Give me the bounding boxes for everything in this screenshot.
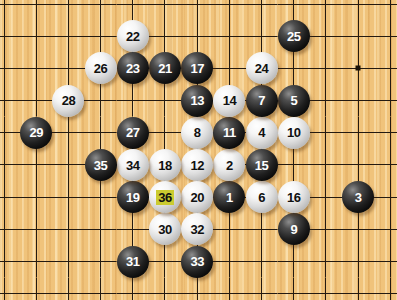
move-number-label: 22: [126, 29, 139, 44]
board-intersection[interactable]: [117, 84, 149, 116]
board-intersection[interactable]: [310, 245, 342, 277]
board-intersection[interactable]: [52, 181, 84, 213]
board-intersection[interactable]: [374, 20, 397, 52]
move-number-label: 25: [287, 29, 300, 44]
move-number-label: 18: [158, 158, 171, 173]
board-intersection[interactable]: [213, 278, 245, 300]
move-number-label: 14: [223, 93, 236, 108]
stone-36-white[interactable]: 36: [149, 181, 181, 213]
move-number-label: 4: [258, 125, 265, 140]
move-number-label: 8: [194, 125, 201, 140]
stone-27-black[interactable]: 27: [117, 117, 149, 149]
board-intersection[interactable]: [0, 84, 20, 116]
move-number-label: 33: [190, 254, 203, 269]
stone-33-black[interactable]: 33: [181, 246, 213, 278]
move-number-label: 15: [255, 158, 268, 173]
move-number-label: 7: [258, 93, 265, 108]
board-intersection[interactable]: [181, 0, 213, 20]
move-number-label: 1: [226, 190, 233, 205]
board-intersection[interactable]: [342, 149, 374, 181]
board-intersection[interactable]: [20, 278, 52, 300]
board-intersection[interactable]: [52, 245, 84, 277]
board-intersection[interactable]: [310, 213, 342, 245]
move-number-label: 32: [190, 222, 203, 237]
board-intersection[interactable]: [20, 245, 52, 277]
board-intersection[interactable]: [278, 278, 310, 300]
stone-2-white[interactable]: 2: [213, 149, 245, 181]
board-intersection[interactable]: [84, 213, 116, 245]
board-intersection[interactable]: [310, 20, 342, 52]
stone-31-black[interactable]: 31: [117, 246, 149, 278]
stone-32-white[interactable]: 32: [181, 213, 213, 245]
board-intersection[interactable]: [149, 278, 181, 300]
board-intersection[interactable]: [52, 20, 84, 52]
board-intersection[interactable]: [20, 20, 52, 52]
board-intersection[interactable]: [181, 20, 213, 52]
stone-9-black[interactable]: 9: [278, 213, 310, 245]
board-intersection[interactable]: [310, 117, 342, 149]
board-intersection[interactable]: [245, 245, 277, 277]
board-intersection[interactable]: [0, 20, 20, 52]
stone-21-black[interactable]: 21: [149, 52, 181, 84]
board-intersection[interactable]: [278, 52, 310, 84]
move-number-label: 2: [226, 158, 233, 173]
board-intersection[interactable]: [342, 245, 374, 277]
board-intersection[interactable]: [84, 181, 116, 213]
board-intersection[interactable]: [310, 84, 342, 116]
board-intersection[interactable]: [84, 20, 116, 52]
stone-5-black[interactable]: 5: [278, 85, 310, 117]
stone-28-white[interactable]: 28: [52, 85, 84, 117]
move-number-label: 20: [190, 190, 203, 205]
board-intersection[interactable]: [20, 0, 52, 20]
stone-10-white[interactable]: 10: [278, 117, 310, 149]
move-number-label: 24: [255, 61, 268, 76]
move-number-label: 3: [355, 190, 362, 205]
board-intersection[interactable]: [84, 117, 116, 149]
board-intersection[interactable]: [0, 117, 20, 149]
board-intersection[interactable]: [374, 213, 397, 245]
stone-18-white[interactable]: 18: [149, 149, 181, 181]
board-intersection[interactable]: [310, 0, 342, 20]
stone-30-white[interactable]: 30: [149, 213, 181, 245]
board-intersection[interactable]: [278, 0, 310, 20]
board-intersection[interactable]: [342, 0, 374, 20]
stone-20-white[interactable]: 20: [181, 181, 213, 213]
board-intersection[interactable]: [278, 149, 310, 181]
stone-6-white[interactable]: 6: [246, 181, 278, 213]
move-number-label: 35: [94, 158, 107, 173]
star-point: [356, 66, 361, 71]
move-number-label: 21: [158, 61, 171, 76]
move-number-label: 29: [29, 125, 42, 140]
move-number-label: 9: [290, 222, 297, 237]
stone-4-white[interactable]: 4: [246, 117, 278, 149]
stone-26-white[interactable]: 26: [85, 52, 117, 84]
board-intersection[interactable]: [0, 278, 20, 300]
move-number-label: 28: [62, 93, 75, 108]
board-intersection[interactable]: [342, 278, 374, 300]
board-intersection[interactable]: [342, 84, 374, 116]
board-intersection[interactable]: [117, 278, 149, 300]
board-intersection[interactable]: [374, 181, 397, 213]
board-intersection[interactable]: [149, 245, 181, 277]
move-number-label: 5: [290, 93, 297, 108]
board-intersection[interactable]: [0, 213, 20, 245]
stone-23-black[interactable]: 23: [117, 52, 149, 84]
move-number-label: 26: [94, 61, 107, 76]
board-intersection[interactable]: [374, 245, 397, 277]
board-intersection[interactable]: [52, 278, 84, 300]
board-intersection[interactable]: [374, 0, 397, 20]
board-intersection[interactable]: [0, 149, 20, 181]
board-intersection[interactable]: [52, 117, 84, 149]
stone-3-black[interactable]: 3: [342, 181, 374, 213]
move-number-label: 23: [126, 61, 139, 76]
board-intersection[interactable]: [213, 213, 245, 245]
board-intersection[interactable]: [374, 278, 397, 300]
stone-25-black[interactable]: 25: [278, 20, 310, 52]
board-intersection[interactable]: [245, 20, 277, 52]
move-number-label: 10: [287, 125, 300, 140]
stone-11-black[interactable]: 11: [213, 117, 245, 149]
stone-13-black[interactable]: 13: [181, 85, 213, 117]
board-intersection[interactable]: [245, 213, 277, 245]
stone-7-black[interactable]: 7: [246, 85, 278, 117]
board-intersection[interactable]: [20, 213, 52, 245]
board-intersection[interactable]: [149, 20, 181, 52]
move-number-label: 11: [223, 125, 236, 140]
board-intersection[interactable]: [117, 0, 149, 20]
stone-8-white[interactable]: 8: [181, 117, 213, 149]
board-intersection[interactable]: [84, 84, 116, 116]
board-intersection[interactable]: [0, 245, 20, 277]
move-number-label: 31: [126, 254, 139, 269]
board-intersection[interactable]: [310, 278, 342, 300]
board-intersection[interactable]: [342, 117, 374, 149]
board-intersection[interactable]: [84, 245, 116, 277]
board-intersection[interactable]: [342, 20, 374, 52]
board-intersection[interactable]: [213, 20, 245, 52]
board-intersection[interactable]: [0, 0, 20, 20]
board-intersection[interactable]: [181, 278, 213, 300]
board-intersection[interactable]: [310, 52, 342, 84]
board-intersection[interactable]: [245, 278, 277, 300]
stone-12-white[interactable]: 12: [181, 149, 213, 181]
last-move-number-label: 36: [156, 190, 173, 205]
board-intersection[interactable]: [342, 213, 374, 245]
move-number-label: 34: [126, 158, 139, 173]
move-number-label: 13: [190, 93, 203, 108]
board-intersection[interactable]: [278, 245, 310, 277]
board-intersection[interactable]: [374, 52, 397, 84]
board-intersection[interactable]: [310, 181, 342, 213]
board-intersection[interactable]: [84, 0, 116, 20]
stone-34-white[interactable]: 34: [117, 149, 149, 181]
board-intersection[interactable]: [52, 52, 84, 84]
stone-16-white[interactable]: 16: [278, 181, 310, 213]
board-intersection[interactable]: [20, 84, 52, 116]
stone-15-black[interactable]: 15: [246, 149, 278, 181]
stone-17-black[interactable]: 17: [181, 52, 213, 84]
stone-29-black[interactable]: 29: [20, 117, 52, 149]
stone-22-white[interactable]: 22: [117, 20, 149, 52]
board-intersection[interactable]: [213, 0, 245, 20]
board-intersection[interactable]: [52, 0, 84, 20]
stone-14-white[interactable]: 14: [213, 85, 245, 117]
move-number-label: 6: [258, 190, 265, 205]
board-intersection[interactable]: [52, 149, 84, 181]
board-intersection[interactable]: [374, 84, 397, 116]
board-intersection[interactable]: [149, 0, 181, 20]
board-intersection[interactable]: [20, 181, 52, 213]
board-intersection[interactable]: [52, 213, 84, 245]
board-intersection[interactable]: [20, 52, 52, 84]
board-intersection[interactable]: [213, 245, 245, 277]
board-intersection[interactable]: [245, 0, 277, 20]
move-number-label: 16: [287, 190, 300, 205]
move-number-label: 17: [190, 61, 203, 76]
board-intersection[interactable]: [213, 52, 245, 84]
board-intersection[interactable]: [0, 52, 20, 84]
stone-1-black[interactable]: 1: [213, 181, 245, 213]
board-intersection[interactable]: [310, 149, 342, 181]
board-intersection[interactable]: [20, 149, 52, 181]
stone-35-black[interactable]: 35: [85, 149, 117, 181]
move-number-label: 30: [158, 222, 171, 237]
move-number-label: 27: [126, 125, 139, 140]
board-intersection[interactable]: [84, 278, 116, 300]
stone-19-black[interactable]: 19: [117, 181, 149, 213]
board-intersection[interactable]: [117, 213, 149, 245]
board-intersection[interactable]: [0, 181, 20, 213]
board-intersection[interactable]: [374, 149, 397, 181]
stone-24-white[interactable]: 24: [246, 52, 278, 84]
board-intersection[interactable]: [149, 117, 181, 149]
board-intersection[interactable]: [374, 117, 397, 149]
move-number-label: 12: [190, 158, 203, 173]
move-number-label: 19: [126, 190, 139, 205]
board-intersection[interactable]: [149, 84, 181, 116]
gomoku-board: 1234567891011121314151617181920212223242…: [0, 0, 397, 300]
